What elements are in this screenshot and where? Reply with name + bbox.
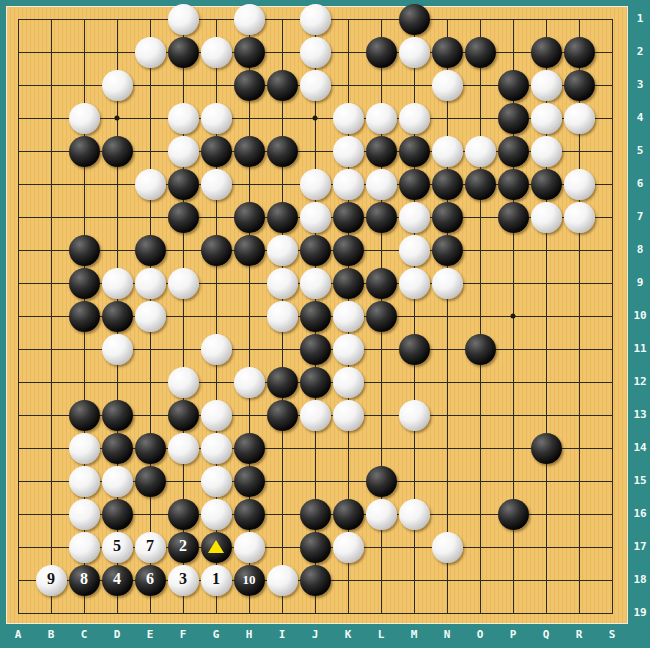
intersection-I14[interactable] [266,432,299,465]
intersection-B1[interactable] [35,3,68,36]
intersection-L17[interactable] [365,531,398,564]
intersection-R14[interactable] [563,432,596,465]
intersection-D12[interactable] [101,366,134,399]
intersection-A11[interactable] [2,333,35,366]
intersection-E18[interactable]: 6 [134,564,167,597]
intersection-P15[interactable] [497,465,530,498]
intersection-R7[interactable] [563,201,596,234]
intersection-J5[interactable] [299,135,332,168]
intersection-A1[interactable] [2,3,35,36]
intersection-I15[interactable] [266,465,299,498]
intersection-M2[interactable] [398,36,431,69]
intersection-S9[interactable] [596,267,629,300]
intersection-E1[interactable] [134,3,167,36]
intersection-O3[interactable] [464,69,497,102]
intersection-M19[interactable] [398,597,431,630]
intersection-E19[interactable] [134,597,167,630]
intersection-K19[interactable] [332,597,365,630]
intersection-N12[interactable] [431,366,464,399]
intersection-S7[interactable] [596,201,629,234]
intersection-J11[interactable] [299,333,332,366]
intersection-B18[interactable]: 9 [35,564,68,597]
intersection-M7[interactable] [398,201,431,234]
intersection-L11[interactable] [365,333,398,366]
intersection-B17[interactable] [35,531,68,564]
intersection-F6[interactable] [167,168,200,201]
intersection-M14[interactable] [398,432,431,465]
intersection-N9[interactable] [431,267,464,300]
intersection-S10[interactable] [596,300,629,333]
intersection-L8[interactable] [365,234,398,267]
intersection-A7[interactable] [2,201,35,234]
intersection-K12[interactable] [332,366,365,399]
intersection-N11[interactable] [431,333,464,366]
intersection-R13[interactable] [563,399,596,432]
intersection-P11[interactable] [497,333,530,366]
intersection-S2[interactable] [596,36,629,69]
intersection-B7[interactable] [35,201,68,234]
intersection-N7[interactable] [431,201,464,234]
intersection-H18[interactable]: 10 [233,564,266,597]
intersection-D17[interactable]: 5 [101,531,134,564]
intersection-A17[interactable] [2,531,35,564]
intersection-G3[interactable] [200,69,233,102]
intersection-F17[interactable]: 2 [167,531,200,564]
intersection-J15[interactable] [299,465,332,498]
intersection-L7[interactable] [365,201,398,234]
intersection-A4[interactable] [2,102,35,135]
intersection-J8[interactable] [299,234,332,267]
intersection-N6[interactable] [431,168,464,201]
go-board[interactable]: 57298463110 [2,3,629,630]
intersection-M6[interactable] [398,168,431,201]
intersection-G10[interactable] [200,300,233,333]
intersection-M17[interactable] [398,531,431,564]
intersection-R15[interactable] [563,465,596,498]
intersection-N16[interactable] [431,498,464,531]
intersection-F19[interactable] [167,597,200,630]
intersection-S14[interactable] [596,432,629,465]
intersection-Q9[interactable] [530,267,563,300]
intersection-B12[interactable] [35,366,68,399]
intersection-Q12[interactable] [530,366,563,399]
intersection-H11[interactable] [233,333,266,366]
intersection-I7[interactable] [266,201,299,234]
intersection-Q15[interactable] [530,465,563,498]
intersection-P19[interactable] [497,597,530,630]
intersection-F10[interactable] [167,300,200,333]
intersection-R19[interactable] [563,597,596,630]
intersection-F2[interactable] [167,36,200,69]
intersection-J3[interactable] [299,69,332,102]
intersection-C14[interactable] [68,432,101,465]
intersection-O15[interactable] [464,465,497,498]
intersection-K8[interactable] [332,234,365,267]
intersection-L2[interactable] [365,36,398,69]
intersection-B16[interactable] [35,498,68,531]
intersection-O19[interactable] [464,597,497,630]
intersection-G14[interactable] [200,432,233,465]
intersection-D16[interactable] [101,498,134,531]
intersection-S17[interactable] [596,531,629,564]
intersection-N17[interactable] [431,531,464,564]
intersection-E9[interactable] [134,267,167,300]
intersection-K15[interactable] [332,465,365,498]
intersection-S3[interactable] [596,69,629,102]
intersection-I13[interactable] [266,399,299,432]
intersection-P13[interactable] [497,399,530,432]
intersection-H15[interactable] [233,465,266,498]
intersection-A3[interactable] [2,69,35,102]
intersection-P14[interactable] [497,432,530,465]
intersection-N4[interactable] [431,102,464,135]
intersection-L3[interactable] [365,69,398,102]
intersection-H17[interactable] [233,531,266,564]
intersection-B15[interactable] [35,465,68,498]
intersection-E11[interactable] [134,333,167,366]
intersection-P17[interactable] [497,531,530,564]
intersection-R5[interactable] [563,135,596,168]
intersection-L4[interactable] [365,102,398,135]
intersection-P9[interactable] [497,267,530,300]
intersection-P18[interactable] [497,564,530,597]
intersection-C16[interactable] [68,498,101,531]
intersection-H2[interactable] [233,36,266,69]
intersection-J17[interactable] [299,531,332,564]
intersection-Q16[interactable] [530,498,563,531]
intersection-B11[interactable] [35,333,68,366]
intersection-K5[interactable] [332,135,365,168]
intersection-R11[interactable] [563,333,596,366]
intersection-Q18[interactable] [530,564,563,597]
intersection-F9[interactable] [167,267,200,300]
intersection-C8[interactable] [68,234,101,267]
intersection-K10[interactable] [332,300,365,333]
intersection-R9[interactable] [563,267,596,300]
intersection-H3[interactable] [233,69,266,102]
intersection-J19[interactable] [299,597,332,630]
intersection-F12[interactable] [167,366,200,399]
intersection-D5[interactable] [101,135,134,168]
intersection-O9[interactable] [464,267,497,300]
intersection-A2[interactable] [2,36,35,69]
intersection-F11[interactable] [167,333,200,366]
intersection-R6[interactable] [563,168,596,201]
intersection-B19[interactable] [35,597,68,630]
intersection-C9[interactable] [68,267,101,300]
intersection-K14[interactable] [332,432,365,465]
intersection-A10[interactable] [2,300,35,333]
intersection-S18[interactable] [596,564,629,597]
intersection-K9[interactable] [332,267,365,300]
intersection-H16[interactable] [233,498,266,531]
intersection-G8[interactable] [200,234,233,267]
intersection-F16[interactable] [167,498,200,531]
intersection-R16[interactable] [563,498,596,531]
intersection-B6[interactable] [35,168,68,201]
intersection-Q1[interactable] [530,3,563,36]
intersection-A9[interactable] [2,267,35,300]
intersection-H7[interactable] [233,201,266,234]
intersection-Q17[interactable] [530,531,563,564]
intersection-I3[interactable] [266,69,299,102]
intersection-E7[interactable] [134,201,167,234]
intersection-N13[interactable] [431,399,464,432]
intersection-N10[interactable] [431,300,464,333]
intersection-L15[interactable] [365,465,398,498]
intersection-D15[interactable] [101,465,134,498]
intersection-I10[interactable] [266,300,299,333]
intersection-J4[interactable] [299,102,332,135]
intersection-S15[interactable] [596,465,629,498]
intersection-D10[interactable] [101,300,134,333]
intersection-I5[interactable] [266,135,299,168]
intersection-J18[interactable] [299,564,332,597]
intersection-Q10[interactable] [530,300,563,333]
intersection-I12[interactable] [266,366,299,399]
intersection-D1[interactable] [101,3,134,36]
intersection-N14[interactable] [431,432,464,465]
intersection-L9[interactable] [365,267,398,300]
intersection-G9[interactable] [200,267,233,300]
intersection-B10[interactable] [35,300,68,333]
intersection-H4[interactable] [233,102,266,135]
intersection-O4[interactable] [464,102,497,135]
intersection-C2[interactable] [68,36,101,69]
intersection-S13[interactable] [596,399,629,432]
intersection-A13[interactable] [2,399,35,432]
intersection-Q5[interactable] [530,135,563,168]
intersection-R17[interactable] [563,531,596,564]
intersection-S16[interactable] [596,498,629,531]
intersection-M9[interactable] [398,267,431,300]
intersection-G15[interactable] [200,465,233,498]
intersection-S19[interactable] [596,597,629,630]
intersection-R4[interactable] [563,102,596,135]
intersection-F3[interactable] [167,69,200,102]
intersection-S1[interactable] [596,3,629,36]
intersection-C7[interactable] [68,201,101,234]
intersection-R3[interactable] [563,69,596,102]
intersection-I17[interactable] [266,531,299,564]
intersection-K11[interactable] [332,333,365,366]
intersection-R1[interactable] [563,3,596,36]
intersection-B14[interactable] [35,432,68,465]
intersection-J13[interactable] [299,399,332,432]
intersection-D8[interactable] [101,234,134,267]
intersection-C18[interactable]: 8 [68,564,101,597]
intersection-P7[interactable] [497,201,530,234]
intersection-F14[interactable] [167,432,200,465]
intersection-C13[interactable] [68,399,101,432]
intersection-P4[interactable] [497,102,530,135]
intersection-K17[interactable] [332,531,365,564]
intersection-M18[interactable] [398,564,431,597]
intersection-M4[interactable] [398,102,431,135]
intersection-K18[interactable] [332,564,365,597]
intersection-H12[interactable] [233,366,266,399]
intersection-P10[interactable] [497,300,530,333]
intersection-C10[interactable] [68,300,101,333]
intersection-M16[interactable] [398,498,431,531]
intersection-L13[interactable] [365,399,398,432]
intersection-D7[interactable] [101,201,134,234]
intersection-I11[interactable] [266,333,299,366]
intersection-C3[interactable] [68,69,101,102]
intersection-C11[interactable] [68,333,101,366]
intersection-R18[interactable] [563,564,596,597]
intersection-P16[interactable] [497,498,530,531]
intersection-H10[interactable] [233,300,266,333]
intersection-L10[interactable] [365,300,398,333]
intersection-G18[interactable]: 1 [200,564,233,597]
intersection-B2[interactable] [35,36,68,69]
intersection-C5[interactable] [68,135,101,168]
intersection-G19[interactable] [200,597,233,630]
intersection-I19[interactable] [266,597,299,630]
intersection-G12[interactable] [200,366,233,399]
intersection-O5[interactable] [464,135,497,168]
intersection-L18[interactable] [365,564,398,597]
intersection-M8[interactable] [398,234,431,267]
intersection-K6[interactable] [332,168,365,201]
intersection-J9[interactable] [299,267,332,300]
intersection-O14[interactable] [464,432,497,465]
intersection-E12[interactable] [134,366,167,399]
intersection-D13[interactable] [101,399,134,432]
intersection-R2[interactable] [563,36,596,69]
intersection-M12[interactable] [398,366,431,399]
intersection-N3[interactable] [431,69,464,102]
intersection-C1[interactable] [68,3,101,36]
intersection-N2[interactable] [431,36,464,69]
intersection-P2[interactable] [497,36,530,69]
intersection-E3[interactable] [134,69,167,102]
intersection-N5[interactable] [431,135,464,168]
intersection-F7[interactable] [167,201,200,234]
intersection-G1[interactable] [200,3,233,36]
intersection-D18[interactable]: 4 [101,564,134,597]
intersection-E5[interactable] [134,135,167,168]
intersection-N19[interactable] [431,597,464,630]
intersection-H5[interactable] [233,135,266,168]
intersection-J1[interactable] [299,3,332,36]
intersection-P1[interactable] [497,3,530,36]
intersection-A6[interactable] [2,168,35,201]
intersection-I2[interactable] [266,36,299,69]
intersection-Q8[interactable] [530,234,563,267]
intersection-Q11[interactable] [530,333,563,366]
intersection-I1[interactable] [266,3,299,36]
intersection-G11[interactable] [200,333,233,366]
intersection-Q6[interactable] [530,168,563,201]
intersection-C19[interactable] [68,597,101,630]
intersection-E16[interactable] [134,498,167,531]
intersection-J7[interactable] [299,201,332,234]
intersection-G16[interactable] [200,498,233,531]
intersection-E8[interactable] [134,234,167,267]
intersection-A19[interactable] [2,597,35,630]
intersection-R8[interactable] [563,234,596,267]
intersection-J14[interactable] [299,432,332,465]
intersection-B8[interactable] [35,234,68,267]
intersection-G17[interactable] [200,531,233,564]
intersection-H8[interactable] [233,234,266,267]
intersection-O13[interactable] [464,399,497,432]
intersection-L6[interactable] [365,168,398,201]
intersection-G4[interactable] [200,102,233,135]
intersection-E13[interactable] [134,399,167,432]
intersection-Q3[interactable] [530,69,563,102]
intersection-N18[interactable] [431,564,464,597]
intersection-A8[interactable] [2,234,35,267]
intersection-S12[interactable] [596,366,629,399]
intersection-G2[interactable] [200,36,233,69]
intersection-F15[interactable] [167,465,200,498]
intersection-I9[interactable] [266,267,299,300]
intersection-L19[interactable] [365,597,398,630]
intersection-D9[interactable] [101,267,134,300]
intersection-O1[interactable] [464,3,497,36]
intersection-A16[interactable] [2,498,35,531]
intersection-H6[interactable] [233,168,266,201]
intersection-I16[interactable] [266,498,299,531]
intersection-O18[interactable] [464,564,497,597]
intersection-C15[interactable] [68,465,101,498]
intersection-H1[interactable] [233,3,266,36]
intersection-S6[interactable] [596,168,629,201]
intersection-J6[interactable] [299,168,332,201]
intersection-I4[interactable] [266,102,299,135]
intersection-R10[interactable] [563,300,596,333]
intersection-P8[interactable] [497,234,530,267]
intersection-I8[interactable] [266,234,299,267]
intersection-Q2[interactable] [530,36,563,69]
intersection-I6[interactable] [266,168,299,201]
intersection-P5[interactable] [497,135,530,168]
intersection-K4[interactable] [332,102,365,135]
intersection-E4[interactable] [134,102,167,135]
intersection-G5[interactable] [200,135,233,168]
intersection-Q7[interactable] [530,201,563,234]
intersection-O17[interactable] [464,531,497,564]
intersection-H9[interactable] [233,267,266,300]
intersection-A18[interactable] [2,564,35,597]
intersection-B13[interactable] [35,399,68,432]
intersection-C6[interactable] [68,168,101,201]
intersection-L12[interactable] [365,366,398,399]
intersection-E14[interactable] [134,432,167,465]
intersection-D11[interactable] [101,333,134,366]
intersection-S8[interactable] [596,234,629,267]
intersection-M13[interactable] [398,399,431,432]
intersection-H13[interactable] [233,399,266,432]
intersection-H19[interactable] [233,597,266,630]
intersection-L1[interactable] [365,3,398,36]
intersection-Q4[interactable] [530,102,563,135]
intersection-Q19[interactable] [530,597,563,630]
intersection-D6[interactable] [101,168,134,201]
intersection-K13[interactable] [332,399,365,432]
intersection-A15[interactable] [2,465,35,498]
intersection-O7[interactable] [464,201,497,234]
intersection-O12[interactable] [464,366,497,399]
intersection-A14[interactable] [2,432,35,465]
intersection-O11[interactable] [464,333,497,366]
intersection-S5[interactable] [596,135,629,168]
intersection-F18[interactable]: 3 [167,564,200,597]
intersection-G6[interactable] [200,168,233,201]
